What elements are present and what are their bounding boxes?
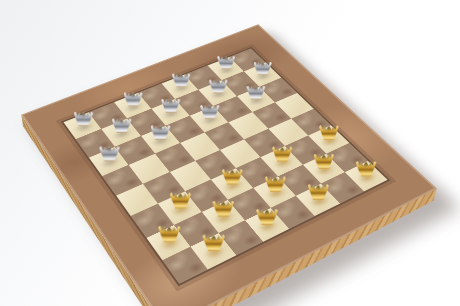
board-photo — [0, 0, 460, 306]
square-r5c7 — [268, 119, 308, 147]
checkers-board — [21, 24, 437, 306]
perspective-scene — [0, 0, 460, 306]
square-r8c1 — [162, 246, 208, 283]
silver-piece — [254, 61, 272, 75]
